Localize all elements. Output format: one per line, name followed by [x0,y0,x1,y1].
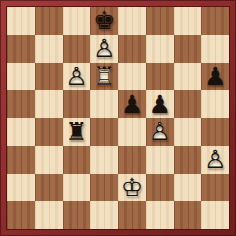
square-f5[interactable]: ♟ [146,90,174,118]
square-d5[interactable] [90,90,118,118]
pawn-glyph: ♟ [201,63,229,91]
square-e1[interactable] [118,201,146,229]
piece-white-rook: ♜♖ [90,63,118,91]
square-c7[interactable] [63,35,91,63]
square-a7[interactable] [7,35,35,63]
square-c1[interactable] [63,201,91,229]
square-h2[interactable] [201,174,229,202]
piece-white-pawn: ♟♙ [201,146,229,174]
square-a5[interactable] [7,90,35,118]
piece-white-pawn: ♟♙ [90,35,118,63]
square-c8[interactable] [63,7,91,35]
square-f6[interactable] [146,63,174,91]
square-e8[interactable] [118,7,146,35]
square-c4[interactable]: ♜ [63,118,91,146]
square-e6[interactable] [118,63,146,91]
square-c3[interactable] [63,146,91,174]
king-glyph: ♚ [90,7,118,35]
square-a4[interactable] [7,118,35,146]
pawn-glyph: ♟ [146,90,174,118]
pawn-glyph-outline: ♙ [146,118,174,146]
square-h8[interactable] [201,7,229,35]
square-e2[interactable]: ♚♔ [118,174,146,202]
square-g8[interactable] [174,7,202,35]
square-f3[interactable] [146,146,174,174]
square-g2[interactable] [174,174,202,202]
square-b8[interactable] [35,7,63,35]
square-d4[interactable] [90,118,118,146]
square-d8[interactable]: ♚ [90,7,118,35]
pawn-glyph-outline: ♙ [201,146,229,174]
square-e4[interactable] [118,118,146,146]
piece-black-king: ♚ [90,7,118,35]
king-glyph-outline: ♔ [118,174,146,202]
square-g3[interactable] [174,146,202,174]
square-e3[interactable] [118,146,146,174]
square-f1[interactable] [146,201,174,229]
square-a6[interactable] [7,63,35,91]
square-g7[interactable] [174,35,202,63]
square-d2[interactable] [90,174,118,202]
pawn-glyph-outline: ♙ [90,35,118,63]
piece-black-rook: ♜ [63,118,91,146]
square-g1[interactable] [174,201,202,229]
square-b1[interactable] [35,201,63,229]
pawn-glyph-outline: ♙ [63,63,91,91]
piece-black-pawn: ♟ [146,90,174,118]
square-h7[interactable] [201,35,229,63]
square-a1[interactable] [7,201,35,229]
square-d6[interactable]: ♜♖ [90,63,118,91]
square-a2[interactable] [7,174,35,202]
square-d7[interactable]: ♟♙ [90,35,118,63]
square-a3[interactable] [7,146,35,174]
square-b6[interactable] [35,63,63,91]
piece-white-king: ♚♔ [118,174,146,202]
square-g4[interactable] [174,118,202,146]
piece-white-pawn: ♟♙ [63,63,91,91]
square-c2[interactable] [63,174,91,202]
square-e5[interactable]: ♟ [118,90,146,118]
square-b7[interactable] [35,35,63,63]
square-f8[interactable] [146,7,174,35]
square-h4[interactable] [201,118,229,146]
rook-glyph-outline: ♖ [90,63,118,91]
square-h6[interactable]: ♟ [201,63,229,91]
square-a8[interactable] [7,7,35,35]
square-f2[interactable] [146,174,174,202]
square-h1[interactable] [201,201,229,229]
piece-white-pawn: ♟♙ [146,118,174,146]
square-h3[interactable]: ♟♙ [201,146,229,174]
square-b3[interactable] [35,146,63,174]
pawn-glyph: ♟ [118,90,146,118]
chess-board-frame: ♚♟♙♟♙♜♖♟♟♟♜♟♙♟♙♚♔ [0,0,236,236]
piece-black-pawn: ♟ [201,63,229,91]
square-b2[interactable] [35,174,63,202]
square-c6[interactable]: ♟♙ [63,63,91,91]
chess-board: ♚♟♙♟♙♜♖♟♟♟♜♟♙♟♙♚♔ [7,7,229,229]
square-d1[interactable] [90,201,118,229]
square-b4[interactable] [35,118,63,146]
square-c5[interactable] [63,90,91,118]
square-b5[interactable] [35,90,63,118]
square-h5[interactable] [201,90,229,118]
piece-black-pawn: ♟ [118,90,146,118]
square-f7[interactable] [146,35,174,63]
square-g5[interactable] [174,90,202,118]
rook-glyph: ♜ [63,118,91,146]
square-e7[interactable] [118,35,146,63]
square-f4[interactable]: ♟♙ [146,118,174,146]
square-d3[interactable] [90,146,118,174]
square-g6[interactable] [174,63,202,91]
